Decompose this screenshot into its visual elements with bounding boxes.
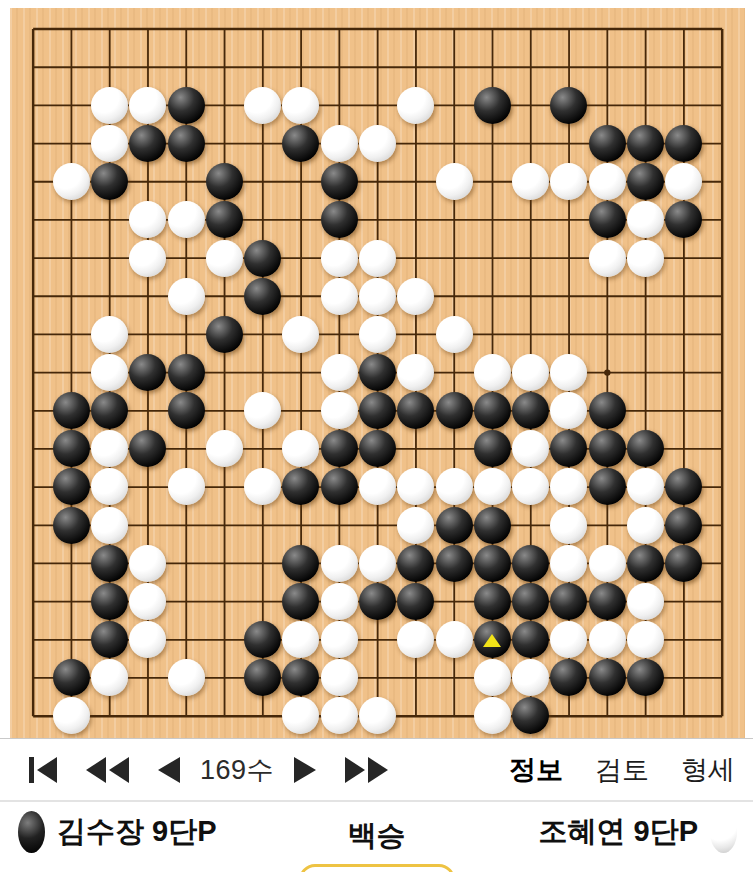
board-point-11-15[interactable] — [397, 544, 435, 582]
board-point-14-2[interactable] — [511, 48, 549, 86]
board-point-16-9[interactable] — [588, 315, 626, 353]
board-point-11-10[interactable] — [397, 353, 435, 391]
board-point-7-7[interactable] — [244, 239, 282, 277]
board-point-19-10[interactable] — [703, 353, 741, 391]
board-point-3-13[interactable] — [91, 468, 129, 506]
board-point-17-19[interactable] — [626, 697, 664, 735]
board-point-19-12[interactable] — [703, 430, 741, 468]
board-point-6-5[interactable] — [205, 163, 243, 201]
board-point-5-13[interactable] — [167, 468, 205, 506]
board-point-16-2[interactable] — [588, 48, 626, 86]
board-point-2-11[interactable] — [52, 392, 90, 430]
board-point-18-8[interactable] — [665, 277, 703, 315]
board-point-11-7[interactable] — [397, 239, 435, 277]
board-point-15-7[interactable] — [550, 239, 588, 277]
fast-backward-button[interactable] — [85, 756, 130, 784]
board-point-8-18[interactable] — [282, 659, 320, 697]
board-point-5-1[interactable] — [167, 10, 205, 48]
board-point-1-6[interactable] — [14, 201, 52, 239]
board-point-14-17[interactable] — [511, 621, 549, 659]
board-point-15-19[interactable] — [550, 697, 588, 735]
board-point-2-8[interactable] — [52, 277, 90, 315]
board-point-4-19[interactable] — [129, 697, 167, 735]
fast-forward-button[interactable] — [344, 756, 389, 784]
board-point-3-6[interactable] — [91, 201, 129, 239]
board-point-13-6[interactable] — [473, 201, 511, 239]
board-point-18-12[interactable] — [665, 430, 703, 468]
board-point-7-5[interactable] — [244, 163, 282, 201]
board-point-4-12[interactable] — [129, 430, 167, 468]
board-point-19-19[interactable] — [703, 697, 741, 735]
board-point-6-15[interactable] — [205, 544, 243, 582]
board-point-4-8[interactable] — [129, 277, 167, 315]
board-point-17-11[interactable] — [626, 392, 664, 430]
board-point-8-13[interactable] — [282, 468, 320, 506]
board-point-18-19[interactable] — [665, 697, 703, 735]
board-point-16-10[interactable] — [588, 353, 626, 391]
board-point-6-7[interactable] — [205, 239, 243, 277]
board-point-16-7[interactable] — [588, 239, 626, 277]
board-point-7-14[interactable] — [244, 506, 282, 544]
board-point-12-13[interactable] — [435, 468, 473, 506]
board-point-6-14[interactable] — [205, 506, 243, 544]
board-point-8-6[interactable] — [282, 201, 320, 239]
board-point-7-10[interactable] — [244, 353, 282, 391]
board-point-15-10[interactable] — [550, 353, 588, 391]
board-point-15-11[interactable] — [550, 392, 588, 430]
board-point-6-11[interactable] — [205, 392, 243, 430]
board-point-19-5[interactable] — [703, 163, 741, 201]
board-point-10-7[interactable] — [358, 239, 396, 277]
board-point-19-17[interactable] — [703, 621, 741, 659]
board-point-16-11[interactable] — [588, 392, 626, 430]
board-point-5-12[interactable] — [167, 430, 205, 468]
board-point-8-1[interactable] — [282, 10, 320, 48]
board-point-9-15[interactable] — [320, 544, 358, 582]
board-point-18-3[interactable] — [665, 86, 703, 124]
board-point-18-11[interactable] — [665, 392, 703, 430]
board-point-2-4[interactable] — [52, 124, 90, 162]
board-point-9-16[interactable] — [320, 582, 358, 620]
board-point-12-16[interactable] — [435, 582, 473, 620]
board-point-3-16[interactable] — [91, 582, 129, 620]
board-point-13-13[interactable] — [473, 468, 511, 506]
board-point-7-19[interactable] — [244, 697, 282, 735]
board-point-4-15[interactable] — [129, 544, 167, 582]
board-point-9-5[interactable] — [320, 163, 358, 201]
board-point-16-6[interactable] — [588, 201, 626, 239]
board-point-13-12[interactable] — [473, 430, 511, 468]
board-point-6-9[interactable] — [205, 315, 243, 353]
board-point-1-14[interactable] — [14, 506, 52, 544]
board-point-3-17[interactable] — [91, 621, 129, 659]
board-point-16-8[interactable] — [588, 277, 626, 315]
board-point-9-14[interactable] — [320, 506, 358, 544]
board-point-16-1[interactable] — [588, 10, 626, 48]
board-point-11-13[interactable] — [397, 468, 435, 506]
board-point-1-17[interactable] — [14, 621, 52, 659]
board-point-8-3[interactable] — [282, 86, 320, 124]
board-point-19-4[interactable] — [703, 124, 741, 162]
board-point-8-19[interactable] — [282, 697, 320, 735]
board-point-2-9[interactable] — [52, 315, 90, 353]
board-point-12-4[interactable] — [435, 124, 473, 162]
board-point-6-1[interactable] — [205, 10, 243, 48]
board-point-3-9[interactable] — [91, 315, 129, 353]
board-point-6-13[interactable] — [205, 468, 243, 506]
board-point-13-17[interactable] — [473, 621, 511, 659]
board-point-11-1[interactable] — [397, 10, 435, 48]
board-point-12-12[interactable] — [435, 430, 473, 468]
board-point-1-15[interactable] — [14, 544, 52, 582]
board-point-14-11[interactable] — [511, 392, 549, 430]
board-point-3-12[interactable] — [91, 430, 129, 468]
board-point-15-8[interactable] — [550, 277, 588, 315]
board-point-14-12[interactable] — [511, 430, 549, 468]
board-point-1-2[interactable] — [14, 48, 52, 86]
board-point-7-17[interactable] — [244, 621, 282, 659]
board-point-8-12[interactable] — [282, 430, 320, 468]
board-point-13-1[interactable] — [473, 10, 511, 48]
board-point-13-5[interactable] — [473, 163, 511, 201]
board-point-6-2[interactable] — [205, 48, 243, 86]
board-point-4-10[interactable] — [129, 353, 167, 391]
board-point-4-13[interactable] — [129, 468, 167, 506]
board-point-18-13[interactable] — [665, 468, 703, 506]
board-point-5-16[interactable] — [167, 582, 205, 620]
board-point-16-19[interactable] — [588, 697, 626, 735]
board-point-15-4[interactable] — [550, 124, 588, 162]
board-point-19-1[interactable] — [703, 10, 741, 48]
board-point-18-7[interactable] — [665, 239, 703, 277]
board-point-19-2[interactable] — [703, 48, 741, 86]
board-point-14-14[interactable] — [511, 506, 549, 544]
board-point-14-4[interactable] — [511, 124, 549, 162]
board-point-10-16[interactable] — [358, 582, 396, 620]
board-point-9-4[interactable] — [320, 124, 358, 162]
board-point-12-2[interactable] — [435, 48, 473, 86]
go-to-start-button[interactable] — [28, 756, 59, 784]
board-point-14-8[interactable] — [511, 277, 549, 315]
board-point-9-6[interactable] — [320, 201, 358, 239]
board-point-16-12[interactable] — [588, 430, 626, 468]
board-point-7-16[interactable] — [244, 582, 282, 620]
board-point-5-18[interactable] — [167, 659, 205, 697]
board-point-13-7[interactable] — [473, 239, 511, 277]
board-point-6-16[interactable] — [205, 582, 243, 620]
board-point-11-12[interactable] — [397, 430, 435, 468]
board-point-15-18[interactable] — [550, 659, 588, 697]
board-point-8-2[interactable] — [282, 48, 320, 86]
board-point-8-4[interactable] — [282, 124, 320, 162]
board-point-6-12[interactable] — [205, 430, 243, 468]
board-point-4-2[interactable] — [129, 48, 167, 86]
board-point-10-18[interactable] — [358, 659, 396, 697]
board-point-9-1[interactable] — [320, 10, 358, 48]
board-point-4-4[interactable] — [129, 124, 167, 162]
board-point-2-10[interactable] — [52, 353, 90, 391]
board-point-10-12[interactable] — [358, 430, 396, 468]
board-point-7-4[interactable] — [244, 124, 282, 162]
board-point-11-8[interactable] — [397, 277, 435, 315]
board-point-2-14[interactable] — [52, 506, 90, 544]
board-point-11-6[interactable] — [397, 201, 435, 239]
board-point-5-10[interactable] — [167, 353, 205, 391]
board-point-18-17[interactable] — [665, 621, 703, 659]
board-point-11-11[interactable] — [397, 392, 435, 430]
board-point-7-8[interactable] — [244, 277, 282, 315]
board-point-1-5[interactable] — [14, 163, 52, 201]
board-point-13-16[interactable] — [473, 582, 511, 620]
board-point-2-5[interactable] — [52, 163, 90, 201]
board-point-14-16[interactable] — [511, 582, 549, 620]
board-point-17-16[interactable] — [626, 582, 664, 620]
board-point-2-19[interactable] — [52, 697, 90, 735]
board-point-5-15[interactable] — [167, 544, 205, 582]
board-point-16-5[interactable] — [588, 163, 626, 201]
go-board-grid[interactable] — [14, 10, 741, 735]
board-point-15-2[interactable] — [550, 48, 588, 86]
board-point-4-1[interactable] — [129, 10, 167, 48]
tab-review[interactable]: 검토 — [595, 752, 649, 788]
board-point-10-9[interactable] — [358, 315, 396, 353]
board-point-18-14[interactable] — [665, 506, 703, 544]
board-point-17-3[interactable] — [626, 86, 664, 124]
board-point-7-2[interactable] — [244, 48, 282, 86]
board-point-5-7[interactable] — [167, 239, 205, 277]
board-point-7-15[interactable] — [244, 544, 282, 582]
board-point-11-5[interactable] — [397, 163, 435, 201]
board-point-1-18[interactable] — [14, 659, 52, 697]
board-point-10-2[interactable] — [358, 48, 396, 86]
board-point-19-16[interactable] — [703, 582, 741, 620]
board-point-17-9[interactable] — [626, 315, 664, 353]
board-point-4-16[interactable] — [129, 582, 167, 620]
board-point-1-11[interactable] — [14, 392, 52, 430]
board-point-11-18[interactable] — [397, 659, 435, 697]
board-point-3-15[interactable] — [91, 544, 129, 582]
board-point-2-17[interactable] — [52, 621, 90, 659]
board-point-11-14[interactable] — [397, 506, 435, 544]
board-point-12-15[interactable] — [435, 544, 473, 582]
board-point-17-15[interactable] — [626, 544, 664, 582]
board-point-5-8[interactable] — [167, 277, 205, 315]
board-point-18-15[interactable] — [665, 544, 703, 582]
board-point-4-7[interactable] — [129, 239, 167, 277]
board-point-18-10[interactable] — [665, 353, 703, 391]
board-point-6-18[interactable] — [205, 659, 243, 697]
board-point-17-13[interactable] — [626, 468, 664, 506]
board-point-15-5[interactable] — [550, 163, 588, 201]
board-point-9-8[interactable] — [320, 277, 358, 315]
board-point-14-6[interactable] — [511, 201, 549, 239]
board-point-7-1[interactable] — [244, 10, 282, 48]
board-point-12-19[interactable] — [435, 697, 473, 735]
board-point-12-14[interactable] — [435, 506, 473, 544]
board-point-12-17[interactable] — [435, 621, 473, 659]
board-point-8-17[interactable] — [282, 621, 320, 659]
board-point-5-9[interactable] — [167, 315, 205, 353]
board-point-10-4[interactable] — [358, 124, 396, 162]
board-point-16-14[interactable] — [588, 506, 626, 544]
board-point-1-12[interactable] — [14, 430, 52, 468]
board-point-17-4[interactable] — [626, 124, 664, 162]
board-point-17-17[interactable] — [626, 621, 664, 659]
board-point-7-12[interactable] — [244, 430, 282, 468]
board-point-5-4[interactable] — [167, 124, 205, 162]
board-point-11-2[interactable] — [397, 48, 435, 86]
tab-situation[interactable]: 형세 — [681, 752, 735, 788]
board-point-2-18[interactable] — [52, 659, 90, 697]
board-point-11-16[interactable] — [397, 582, 435, 620]
board-point-19-6[interactable] — [703, 201, 741, 239]
board-point-8-11[interactable] — [282, 392, 320, 430]
board-point-13-14[interactable] — [473, 506, 511, 544]
board-point-2-7[interactable] — [52, 239, 90, 277]
board-point-10-6[interactable] — [358, 201, 396, 239]
board-point-14-19[interactable] — [511, 697, 549, 735]
board-point-10-8[interactable] — [358, 277, 396, 315]
board-point-1-13[interactable] — [14, 468, 52, 506]
board-point-16-13[interactable] — [588, 468, 626, 506]
board-point-9-10[interactable] — [320, 353, 358, 391]
board-point-3-19[interactable] — [91, 697, 129, 735]
board-point-10-5[interactable] — [358, 163, 396, 201]
board-point-15-13[interactable] — [550, 468, 588, 506]
board-point-9-12[interactable] — [320, 430, 358, 468]
board-point-19-15[interactable] — [703, 544, 741, 582]
board-point-17-14[interactable] — [626, 506, 664, 544]
board-point-1-4[interactable] — [14, 124, 52, 162]
board-point-5-11[interactable] — [167, 392, 205, 430]
board-point-14-10[interactable] — [511, 353, 549, 391]
board-point-2-1[interactable] — [52, 10, 90, 48]
board-point-17-10[interactable] — [626, 353, 664, 391]
board-point-13-8[interactable] — [473, 277, 511, 315]
board-point-15-14[interactable] — [550, 506, 588, 544]
board-point-4-14[interactable] — [129, 506, 167, 544]
board-point-1-8[interactable] — [14, 277, 52, 315]
board-point-7-6[interactable] — [244, 201, 282, 239]
board-point-12-10[interactable] — [435, 353, 473, 391]
board-point-2-6[interactable] — [52, 201, 90, 239]
board-point-11-9[interactable] — [397, 315, 435, 353]
board-point-2-3[interactable] — [52, 86, 90, 124]
board-point-3-2[interactable] — [91, 48, 129, 86]
board-point-13-3[interactable] — [473, 86, 511, 124]
board-point-1-1[interactable] — [14, 10, 52, 48]
board-point-6-19[interactable] — [205, 697, 243, 735]
board-point-16-16[interactable] — [588, 582, 626, 620]
board-point-9-18[interactable] — [320, 659, 358, 697]
board-point-4-6[interactable] — [129, 201, 167, 239]
board-point-10-13[interactable] — [358, 468, 396, 506]
board-point-1-7[interactable] — [14, 239, 52, 277]
board-point-12-7[interactable] — [435, 239, 473, 277]
board-point-19-3[interactable] — [703, 86, 741, 124]
board-point-3-10[interactable] — [91, 353, 129, 391]
board-point-7-18[interactable] — [244, 659, 282, 697]
board-point-3-18[interactable] — [91, 659, 129, 697]
board-point-10-1[interactable] — [358, 10, 396, 48]
result-detail-box[interactable] — [299, 864, 455, 872]
board-point-2-12[interactable] — [52, 430, 90, 468]
board-point-5-5[interactable] — [167, 163, 205, 201]
board-point-8-7[interactable] — [282, 239, 320, 277]
board-point-6-17[interactable] — [205, 621, 243, 659]
board-point-10-10[interactable] — [358, 353, 396, 391]
board-point-13-19[interactable] — [473, 697, 511, 735]
board-point-16-3[interactable] — [588, 86, 626, 124]
board-point-15-1[interactable] — [550, 10, 588, 48]
board-point-3-5[interactable] — [91, 163, 129, 201]
board-point-13-18[interactable] — [473, 659, 511, 697]
board-point-16-18[interactable] — [588, 659, 626, 697]
board-point-1-10[interactable] — [14, 353, 52, 391]
board-point-12-18[interactable] — [435, 659, 473, 697]
board-point-8-14[interactable] — [282, 506, 320, 544]
board-point-12-9[interactable] — [435, 315, 473, 353]
board-point-3-1[interactable] — [91, 10, 129, 48]
board-point-19-8[interactable] — [703, 277, 741, 315]
board-point-9-3[interactable] — [320, 86, 358, 124]
board-point-18-9[interactable] — [665, 315, 703, 353]
board-point-9-17[interactable] — [320, 621, 358, 659]
board-point-17-5[interactable] — [626, 163, 664, 201]
board-point-8-8[interactable] — [282, 277, 320, 315]
board-point-16-15[interactable] — [588, 544, 626, 582]
board-point-9-19[interactable] — [320, 697, 358, 735]
board-point-15-3[interactable] — [550, 86, 588, 124]
board-point-4-5[interactable] — [129, 163, 167, 201]
board-point-16-4[interactable] — [588, 124, 626, 162]
board-point-17-7[interactable] — [626, 239, 664, 277]
board-point-1-19[interactable] — [14, 697, 52, 735]
board-point-6-8[interactable] — [205, 277, 243, 315]
board-point-5-17[interactable] — [167, 621, 205, 659]
board-point-10-17[interactable] — [358, 621, 396, 659]
board-point-6-3[interactable] — [205, 86, 243, 124]
board-point-5-14[interactable] — [167, 506, 205, 544]
board-point-4-17[interactable] — [129, 621, 167, 659]
board-point-19-9[interactable] — [703, 315, 741, 353]
board-point-18-18[interactable] — [665, 659, 703, 697]
board-point-10-3[interactable] — [358, 86, 396, 124]
board-point-18-1[interactable] — [665, 10, 703, 48]
board-point-4-18[interactable] — [129, 659, 167, 697]
board-point-19-13[interactable] — [703, 468, 741, 506]
board-point-6-6[interactable] — [205, 201, 243, 239]
board-point-7-13[interactable] — [244, 468, 282, 506]
step-forward-button[interactable] — [292, 756, 318, 784]
board-point-14-7[interactable] — [511, 239, 549, 277]
board-point-7-9[interactable] — [244, 315, 282, 353]
board-point-5-2[interactable] — [167, 48, 205, 86]
board-point-5-19[interactable] — [167, 697, 205, 735]
board-point-14-3[interactable] — [511, 86, 549, 124]
board-point-18-2[interactable] — [665, 48, 703, 86]
board-point-8-15[interactable] — [282, 544, 320, 582]
board-point-3-8[interactable] — [91, 277, 129, 315]
board-point-10-19[interactable] — [358, 697, 396, 735]
board-point-7-3[interactable] — [244, 86, 282, 124]
board-point-19-11[interactable] — [703, 392, 741, 430]
board-point-13-4[interactable] — [473, 124, 511, 162]
board-point-12-11[interactable] — [435, 392, 473, 430]
board-point-1-3[interactable] — [14, 86, 52, 124]
board-point-18-5[interactable] — [665, 163, 703, 201]
board-point-8-9[interactable] — [282, 315, 320, 353]
